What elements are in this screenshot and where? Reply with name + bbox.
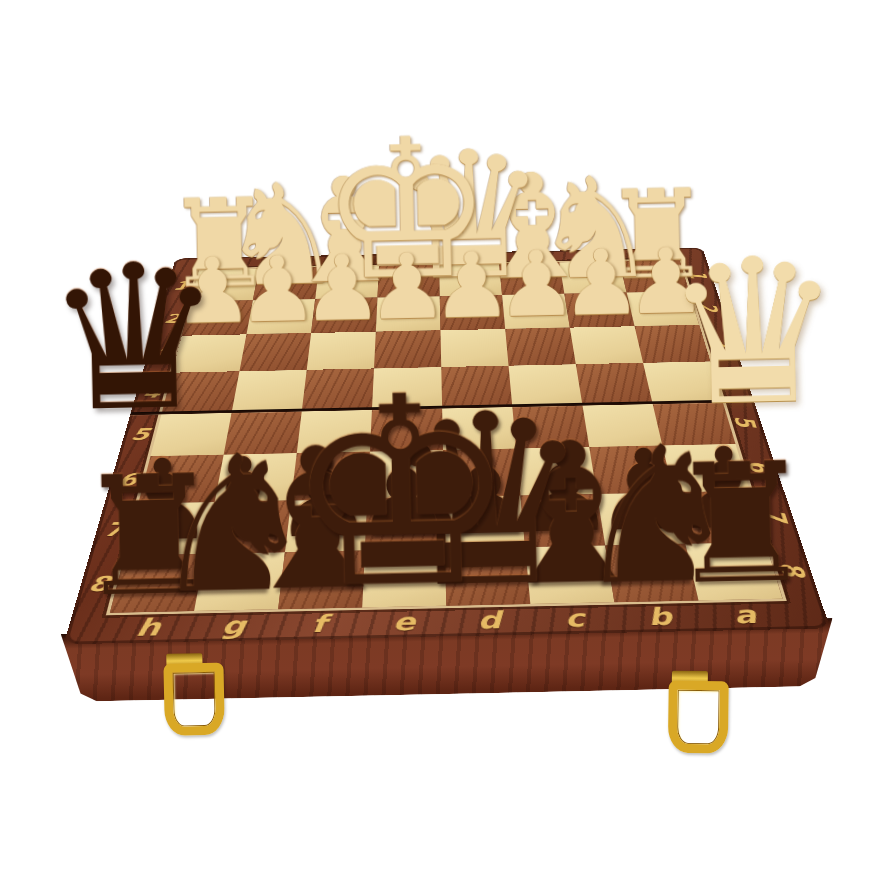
square-e8[interactable]: ♚ — [362, 549, 446, 608]
extra-white-queen[interactable]: ♛ — [652, 230, 856, 434]
clasp-ring-icon — [163, 663, 224, 736]
chess-set-photo: ♜♞♝♚♛♝♞♜♟♟♟♟♟♟♟♟♟♟♟♟♟♟♟♟♜♞♝♚♛♝♞♜ 1234567… — [0, 0, 886, 886]
extra-black-queen[interactable]: ♛ — [33, 236, 237, 440]
scene-tilt: ♜♞♝♚♛♝♞♜♟♟♟♟♟♟♟♟♟♟♟♟♟♟♟♟♜♞♝♚♛♝♞♜ 1234567… — [0, 0, 886, 886]
brass-clasp-right — [665, 671, 714, 744]
clasp-ring-icon — [668, 681, 729, 754]
brass-clasp-left — [160, 653, 209, 726]
